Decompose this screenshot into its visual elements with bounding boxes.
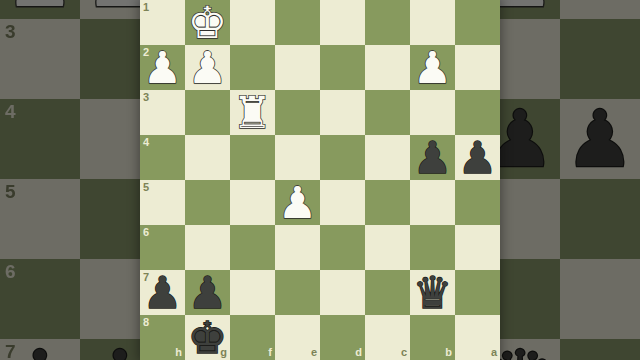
piece-black-king-g8[interactable]: ♚ xyxy=(185,315,230,360)
square-h2[interactable]: 2♟ xyxy=(140,45,185,90)
square-c3[interactable] xyxy=(365,90,410,135)
square-c1[interactable] xyxy=(365,0,410,45)
square-a5 xyxy=(560,179,640,259)
square-g6[interactable] xyxy=(185,225,230,270)
square-f7[interactable] xyxy=(230,270,275,315)
piece-black-pawn-h7[interactable]: ♟ xyxy=(140,270,185,315)
square-g7[interactable]: ♟ xyxy=(185,270,230,315)
piece-black-pawn-h7: ♟ xyxy=(0,339,80,360)
square-b8[interactable]: b xyxy=(410,315,455,360)
square-a8[interactable]: a xyxy=(455,315,500,360)
square-f1[interactable] xyxy=(230,0,275,45)
square-c6[interactable] xyxy=(365,225,410,270)
square-a3 xyxy=(560,19,640,99)
rank-label-5: 5 xyxy=(5,182,16,201)
square-a3[interactable] xyxy=(455,90,500,135)
square-d6[interactable] xyxy=(320,225,365,270)
piece-white-pawn-e5[interactable]: ♟ xyxy=(275,180,320,225)
square-b7[interactable]: ♛ xyxy=(410,270,455,315)
square-c5[interactable] xyxy=(365,180,410,225)
square-g1[interactable]: ♚ xyxy=(185,0,230,45)
square-b3[interactable] xyxy=(410,90,455,135)
chess-board[interactable]: 1♚2♟♟♟3♜4♟♟5♟67♟♟♛8hg♚fedcba xyxy=(140,0,500,360)
square-a7 xyxy=(560,339,640,360)
square-h5: 5 xyxy=(0,179,80,259)
square-h3[interactable]: 3 xyxy=(140,90,185,135)
piece-black-pawn-b4[interactable]: ♟ xyxy=(410,135,455,180)
square-e1[interactable] xyxy=(275,0,320,45)
square-f2[interactable] xyxy=(230,45,275,90)
rank-label-4: 4 xyxy=(5,102,16,121)
piece-black-pawn-g7[interactable]: ♟ xyxy=(185,270,230,315)
square-a6 xyxy=(560,259,640,339)
rank-label-3: 3 xyxy=(143,92,149,103)
square-a4: ♟ xyxy=(560,99,640,179)
square-e6[interactable] xyxy=(275,225,320,270)
square-f5[interactable] xyxy=(230,180,275,225)
square-e3[interactable] xyxy=(275,90,320,135)
file-label-e: e xyxy=(311,347,317,358)
rank-label-5: 5 xyxy=(143,182,149,193)
square-e5[interactable]: ♟ xyxy=(275,180,320,225)
rank-label-4: 4 xyxy=(143,137,149,148)
square-d5[interactable] xyxy=(320,180,365,225)
rank-label-8: 8 xyxy=(143,317,149,328)
square-d3[interactable] xyxy=(320,90,365,135)
square-h3: 3 xyxy=(0,19,80,99)
square-g8[interactable]: g♚ xyxy=(185,315,230,360)
square-h2: 2♟ xyxy=(0,0,80,19)
rank-label-6: 6 xyxy=(143,227,149,238)
square-d4[interactable] xyxy=(320,135,365,180)
piece-white-king-g1[interactable]: ♚ xyxy=(185,0,230,45)
square-d1[interactable] xyxy=(320,0,365,45)
square-a4[interactable]: ♟ xyxy=(455,135,500,180)
rank-label-3: 3 xyxy=(5,22,16,41)
square-d8[interactable]: d xyxy=(320,315,365,360)
square-h7[interactable]: 7♟ xyxy=(140,270,185,315)
square-g3[interactable] xyxy=(185,90,230,135)
square-b1[interactable] xyxy=(410,0,455,45)
square-h1[interactable]: 1 xyxy=(140,0,185,45)
square-f3[interactable]: ♜ xyxy=(230,90,275,135)
square-a1[interactable] xyxy=(455,0,500,45)
square-b5[interactable] xyxy=(410,180,455,225)
square-c8[interactable]: c xyxy=(365,315,410,360)
square-g2[interactable]: ♟ xyxy=(185,45,230,90)
rank-label-1: 1 xyxy=(143,2,149,13)
square-a7[interactable] xyxy=(455,270,500,315)
piece-white-pawn-b2[interactable]: ♟ xyxy=(410,45,455,90)
square-g4[interactable] xyxy=(185,135,230,180)
square-h5[interactable]: 5 xyxy=(140,180,185,225)
square-f6[interactable] xyxy=(230,225,275,270)
file-label-h: h xyxy=(175,347,182,358)
square-h4: 4 xyxy=(0,99,80,179)
piece-white-pawn-h2: ♟ xyxy=(0,0,80,19)
file-label-b: b xyxy=(445,347,452,358)
piece-white-pawn-h2[interactable]: ♟ xyxy=(140,45,185,90)
square-b6[interactable] xyxy=(410,225,455,270)
square-f4[interactable] xyxy=(230,135,275,180)
square-f8[interactable]: f xyxy=(230,315,275,360)
piece-white-rook-f3[interactable]: ♜ xyxy=(230,90,275,135)
square-a2 xyxy=(560,0,640,19)
file-label-a: a xyxy=(491,347,497,358)
square-g5[interactable] xyxy=(185,180,230,225)
square-e4[interactable] xyxy=(275,135,320,180)
piece-black-pawn-a4[interactable]: ♟ xyxy=(455,135,500,180)
square-h4[interactable]: 4 xyxy=(140,135,185,180)
square-e2[interactable] xyxy=(275,45,320,90)
square-b4[interactable]: ♟ xyxy=(410,135,455,180)
piece-white-pawn-g2[interactable]: ♟ xyxy=(185,45,230,90)
square-a6[interactable] xyxy=(455,225,500,270)
square-e8[interactable]: e xyxy=(275,315,320,360)
square-d2[interactable] xyxy=(320,45,365,90)
rank-label-6: 6 xyxy=(5,262,16,281)
file-label-f: f xyxy=(268,347,272,358)
square-a5[interactable] xyxy=(455,180,500,225)
piece-black-queen-b7[interactable]: ♛ xyxy=(410,270,455,315)
square-d7[interactable] xyxy=(320,270,365,315)
square-a2[interactable] xyxy=(455,45,500,90)
square-e7[interactable] xyxy=(275,270,320,315)
square-c4[interactable] xyxy=(365,135,410,180)
piece-black-pawn-a4: ♟ xyxy=(560,99,640,179)
square-b2[interactable]: ♟ xyxy=(410,45,455,90)
square-h8[interactable]: 8h xyxy=(140,315,185,360)
square-h6[interactable]: 6 xyxy=(140,225,185,270)
square-h6: 6 xyxy=(0,259,80,339)
square-h7: 7♟ xyxy=(0,339,80,360)
square-c2[interactable] xyxy=(365,45,410,90)
video-frame: 1♚2♟♟♟3♜4♟♟5♟67♟♟♛8hg♚fedcba 1♚2♟♟♟3♜4♟♟… xyxy=(0,0,640,360)
square-c7[interactable] xyxy=(365,270,410,315)
file-label-d: d xyxy=(355,347,362,358)
file-label-c: c xyxy=(401,347,407,358)
